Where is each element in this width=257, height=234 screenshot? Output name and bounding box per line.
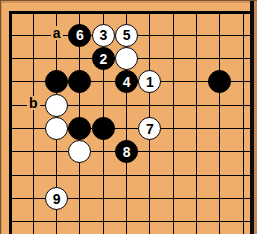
point-label-b: b [27,96,40,110]
go-stone-black-4: 4 [115,70,138,93]
go-stone-white-9: 9 [45,187,68,210]
go-stone-white-7: 7 [138,117,161,140]
go-stone-white [45,117,68,140]
go-stone-white [115,47,138,70]
go-board: 635241789ab [0,0,255,233]
go-stone-white [45,94,68,117]
go-stone-white [68,140,91,163]
go-stone-black-2: 2 [92,47,115,70]
go-stone-black [208,70,231,93]
point-label-a: a [51,26,63,40]
go-stone-black [92,117,115,140]
go-stone-black [45,70,68,93]
go-board-diagram: 635241789ab [0,0,257,234]
go-stone-white-5: 5 [115,24,138,47]
go-stone-white-3: 3 [92,24,115,47]
go-stone-black-6: 6 [68,24,91,47]
go-stone-black-8: 8 [115,140,138,163]
go-stone-white-1: 1 [138,70,161,93]
go-stone-black [68,70,91,93]
go-stone-black [68,117,91,140]
